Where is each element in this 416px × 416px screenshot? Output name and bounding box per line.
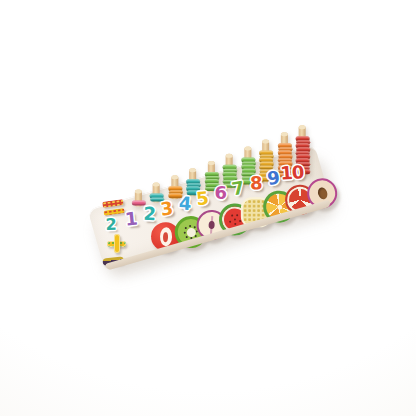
product-photo-scene: 2 12345678910 [0, 0, 416, 416]
